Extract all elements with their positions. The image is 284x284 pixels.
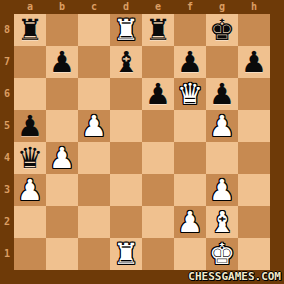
square-f4 — [174, 142, 206, 174]
file-label-h: h — [238, 0, 270, 14]
rank-label-1: 1 — [0, 238, 14, 270]
white-pawn: ♟ — [206, 110, 238, 142]
square-f3 — [174, 174, 206, 206]
square-f2: ♟ — [174, 206, 206, 238]
black-pawn: ♟ — [174, 46, 206, 78]
file-label-g: g — [206, 0, 238, 14]
square-e7 — [142, 46, 174, 78]
white-bishop: ♝ — [206, 206, 238, 238]
square-d3 — [110, 174, 142, 206]
file-label-c: c — [78, 0, 110, 14]
file-label-b: b — [46, 0, 78, 14]
watermark: CHESSGAMES.COM — [188, 270, 281, 283]
black-pawn: ♟ — [46, 46, 78, 78]
file-label-e: e — [142, 0, 174, 14]
square-e2 — [142, 206, 174, 238]
black-rook: ♜ — [142, 14, 174, 46]
square-c6 — [78, 78, 110, 110]
square-b8 — [46, 14, 78, 46]
rank-label-3: 3 — [0, 174, 14, 206]
file-labels: abcdefgh — [14, 0, 270, 14]
rank-label-7: 7 — [0, 46, 14, 78]
square-e5 — [142, 110, 174, 142]
square-g8: ♚ — [206, 14, 238, 46]
square-c8 — [78, 14, 110, 46]
square-c2 — [78, 206, 110, 238]
square-c1 — [78, 238, 110, 270]
square-c4 — [78, 142, 110, 174]
square-d8: ♜ — [110, 14, 142, 46]
file-label-d: d — [110, 0, 142, 14]
square-c7 — [78, 46, 110, 78]
square-h4 — [238, 142, 270, 174]
square-h7: ♟ — [238, 46, 270, 78]
square-f7: ♟ — [174, 46, 206, 78]
square-c5: ♟ — [78, 110, 110, 142]
square-g1: ♚ — [206, 238, 238, 270]
black-pawn: ♟ — [142, 78, 174, 110]
square-a3: ♟ — [14, 174, 46, 206]
white-pawn: ♟ — [174, 206, 206, 238]
file-label-f: f — [174, 0, 206, 14]
rank-label-6: 6 — [0, 78, 14, 110]
black-pawn: ♟ — [14, 110, 46, 142]
square-a8: ♜ — [14, 14, 46, 46]
chess-diagram: abcdefgh 87654321 ♜♜♜♚♟♝♟♟♟♛♟♟♟♟♛♟♟♟♟♝♜♚… — [0, 0, 284, 284]
square-d1: ♜ — [110, 238, 142, 270]
black-king: ♚ — [206, 14, 238, 46]
square-e6: ♟ — [142, 78, 174, 110]
square-b3 — [46, 174, 78, 206]
square-e1 — [142, 238, 174, 270]
square-d7: ♝ — [110, 46, 142, 78]
white-pawn: ♟ — [14, 174, 46, 206]
square-g5: ♟ — [206, 110, 238, 142]
white-pawn: ♟ — [206, 174, 238, 206]
rank-label-4: 4 — [0, 142, 14, 174]
square-e3 — [142, 174, 174, 206]
square-g3: ♟ — [206, 174, 238, 206]
black-rook: ♜ — [14, 14, 46, 46]
black-pawn: ♟ — [238, 46, 270, 78]
rank-labels: 87654321 — [0, 14, 14, 270]
white-queen: ♛ — [174, 78, 206, 110]
black-bishop: ♝ — [110, 46, 142, 78]
square-b6 — [46, 78, 78, 110]
square-g2: ♝ — [206, 206, 238, 238]
square-a5: ♟ — [14, 110, 46, 142]
rank-label-5: 5 — [0, 110, 14, 142]
chess-board: ♜♜♜♚♟♝♟♟♟♛♟♟♟♟♛♟♟♟♟♝♜♚ — [14, 14, 270, 270]
square-d6 — [110, 78, 142, 110]
white-pawn: ♟ — [46, 142, 78, 174]
square-h5 — [238, 110, 270, 142]
square-d5 — [110, 110, 142, 142]
white-pawn: ♟ — [78, 110, 110, 142]
rank-label-2: 2 — [0, 206, 14, 238]
square-b4: ♟ — [46, 142, 78, 174]
square-a1 — [14, 238, 46, 270]
black-queen: ♛ — [14, 142, 46, 174]
file-label-a: a — [14, 0, 46, 14]
square-g4 — [206, 142, 238, 174]
square-f8 — [174, 14, 206, 46]
square-e8: ♜ — [142, 14, 174, 46]
square-b1 — [46, 238, 78, 270]
rank-label-8: 8 — [0, 14, 14, 46]
square-g7 — [206, 46, 238, 78]
square-c3 — [78, 174, 110, 206]
square-h6 — [238, 78, 270, 110]
square-h1 — [238, 238, 270, 270]
square-h2 — [238, 206, 270, 238]
square-b5 — [46, 110, 78, 142]
white-rook: ♜ — [110, 238, 142, 270]
square-b2 — [46, 206, 78, 238]
square-b7: ♟ — [46, 46, 78, 78]
white-rook: ♜ — [110, 14, 142, 46]
square-e4 — [142, 142, 174, 174]
square-f6: ♛ — [174, 78, 206, 110]
square-a7 — [14, 46, 46, 78]
square-f5 — [174, 110, 206, 142]
square-d4 — [110, 142, 142, 174]
white-king: ♚ — [206, 238, 238, 270]
square-a2 — [14, 206, 46, 238]
square-h8 — [238, 14, 270, 46]
square-a4: ♛ — [14, 142, 46, 174]
black-pawn: ♟ — [206, 78, 238, 110]
square-f1 — [174, 238, 206, 270]
square-a6 — [14, 78, 46, 110]
square-d2 — [110, 206, 142, 238]
square-g6: ♟ — [206, 78, 238, 110]
square-h3 — [238, 174, 270, 206]
